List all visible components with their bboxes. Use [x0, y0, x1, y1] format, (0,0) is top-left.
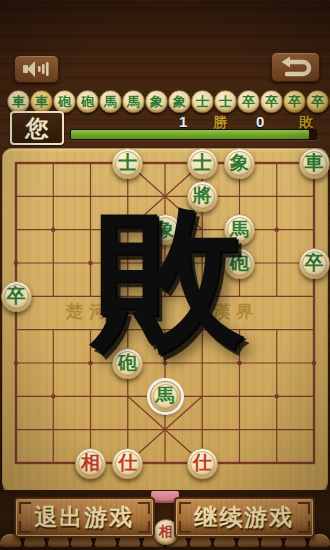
xiangqi-game-screen: 車車砲砲馬馬象象士士卒卒卒卒卒 您 1 勝 0 敗 楚河 漢界 士士象車將象馬砲… — [0, 0, 330, 550]
player-label: 您 — [26, 113, 49, 144]
corner-ornament — [19, 502, 31, 514]
piece-black-cannon[interactable]: 砲 — [224, 248, 255, 279]
corner-ornament — [138, 502, 150, 514]
piece-black-elephant[interactable]: 象 — [150, 214, 181, 245]
piece-black-cannon[interactable]: 砲 — [112, 348, 143, 379]
piece-black-soldier[interactable]: 卒 — [299, 248, 330, 279]
river-label-right: 漢界 — [213, 300, 259, 323]
corner-ornament — [298, 502, 310, 514]
piece-black-elephant[interactable]: 象 — [224, 148, 255, 179]
score-row: 您 1 勝 0 敗 — [0, 108, 330, 148]
score-progress-bar — [70, 129, 317, 140]
piece-black-advisor[interactable]: 士 — [112, 148, 143, 179]
corner-ornament — [19, 521, 31, 533]
sound-button[interactable] — [14, 55, 59, 83]
continue-game-button[interactable]: 继续游戏 — [174, 497, 315, 538]
return-icon — [279, 55, 313, 79]
wins-count: 1 — [179, 113, 187, 130]
score-progress-fill — [71, 130, 309, 139]
speaker-icon — [21, 58, 53, 80]
board-grid-lines — [2, 148, 328, 492]
piece-red-advisor[interactable]: 仕 — [187, 448, 218, 479]
corner-ornament — [298, 521, 310, 533]
losses-count: 0 — [256, 113, 264, 130]
piece-black-horse[interactable]: 馬 — [224, 214, 255, 245]
piece-black-chariot[interactable]: 車 — [299, 148, 330, 179]
piece-black-horse[interactable]: 馬 — [150, 381, 181, 412]
continue-game-label: 继续游戏 — [195, 502, 295, 533]
piece-black-advisor[interactable]: 士 — [187, 148, 218, 179]
river-label-left: 楚河 — [66, 300, 112, 323]
exit-game-button[interactable]: 退出游戏 — [14, 497, 155, 538]
piece-black-general[interactable]: 將 — [187, 181, 218, 212]
xiangqi-board[interactable]: 楚河 漢界 士士象車將象馬砲卒卒砲馬相仕仕 — [2, 148, 328, 492]
bottom-bar: 相 退出游戏 继续游戏 — [0, 490, 330, 550]
player-label-box: 您 — [10, 111, 64, 145]
corner-ornament — [138, 521, 150, 533]
back-button[interactable] — [271, 52, 320, 82]
piece-black-soldier[interactable]: 卒 — [1, 281, 32, 312]
corner-ornament — [179, 502, 191, 514]
piece-red-elephant[interactable]: 相 — [75, 448, 106, 479]
floating-piece-label: 相 — [159, 523, 173, 541]
exit-game-label: 退出游戏 — [35, 502, 135, 533]
corner-ornament — [179, 521, 191, 533]
piece-red-advisor[interactable]: 仕 — [112, 448, 143, 479]
